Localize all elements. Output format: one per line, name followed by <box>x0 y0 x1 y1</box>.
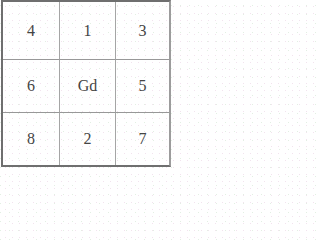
cell-r1c0: 6 <box>3 60 60 113</box>
cell-r0c0: 4 <box>3 2 60 60</box>
cell-r2c1: 2 <box>60 113 116 165</box>
cell-r0c1: 1 <box>60 2 116 60</box>
cell-r1c1: Gd <box>60 60 116 113</box>
cell-r2c0: 8 <box>3 113 60 165</box>
cell-r1c2: 5 <box>116 60 169 113</box>
cell-r0c2: 3 <box>116 2 169 60</box>
cell-r2c2: 7 <box>116 113 169 165</box>
puzzle-grid: 4 1 3 6 Gd 5 8 2 7 <box>1 0 171 167</box>
